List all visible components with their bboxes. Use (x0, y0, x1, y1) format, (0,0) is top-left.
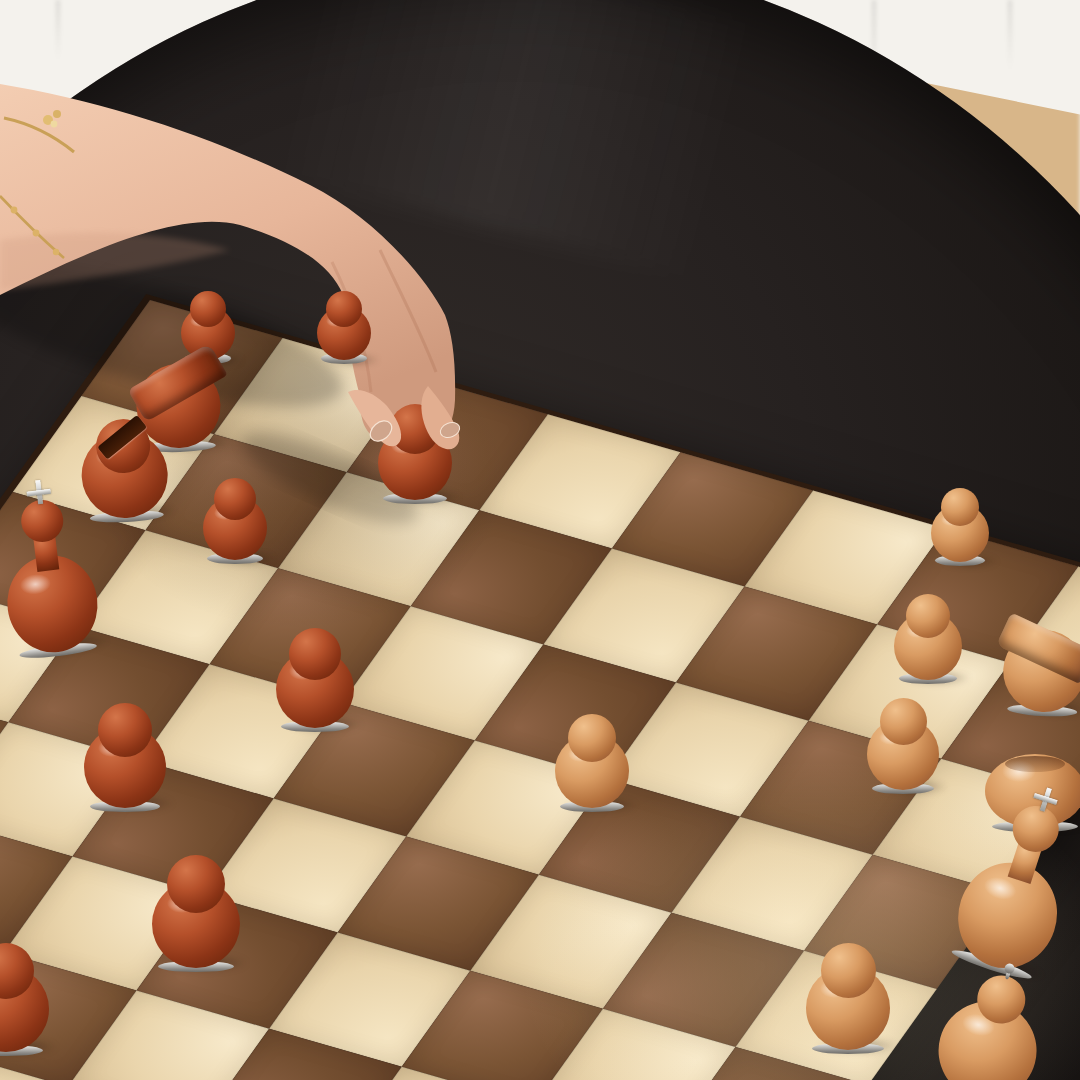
piece-head (326, 291, 362, 327)
piece-head (19, 498, 66, 545)
king-cross-icon (25, 479, 52, 506)
scene: ♚♝♞♟♟♟♟♟♟♟♟♙♙♘♙♖♔♕♙♙ (0, 0, 1080, 1080)
piece-dark-pawn-held[interactable]: ♟ (366, 388, 464, 508)
piece-head (98, 703, 152, 757)
piece-head (568, 714, 616, 762)
piece-light-pawn[interactable]: ♙ (882, 576, 974, 688)
piece-head (821, 943, 876, 998)
piece-light-pawn[interactable]: ♙ (919, 470, 1001, 570)
queen-finial-ball-icon (1004, 962, 1016, 974)
piece-dark-pawn[interactable]: ♟ (305, 272, 383, 368)
piece-head (390, 404, 440, 454)
piece-dark-pawn[interactable]: ♟ (191, 460, 279, 568)
piece-light-pawn[interactable]: ♙ (543, 696, 641, 816)
piece-dark-pawn[interactable]: ♟ (0, 924, 61, 1060)
piece-light-pawn[interactable]: ♙ (855, 680, 951, 798)
wall-panel-line (56, 0, 60, 60)
piece-light-pawn[interactable]: ♙ (794, 924, 902, 1058)
piece-head (880, 698, 927, 745)
piece-head (190, 291, 226, 327)
piece-head (941, 488, 979, 526)
piece-head (289, 628, 341, 680)
piece-light-knight[interactable]: ♘ (989, 593, 1080, 722)
piece-head (906, 594, 950, 638)
wall-panel-line (1008, 0, 1012, 70)
piece-dark-pawn[interactable]: ♟ (140, 838, 252, 976)
piece-dark-pawn[interactable]: ♟ (72, 684, 178, 816)
piece-dark-pawn[interactable]: ♟ (264, 610, 366, 736)
